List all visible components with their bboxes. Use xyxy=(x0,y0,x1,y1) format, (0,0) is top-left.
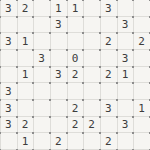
cell-r1c9[interactable] xyxy=(133,0,150,17)
grid-dot xyxy=(49,116,51,118)
cell-r6c5[interactable] xyxy=(67,83,84,100)
cell-r3c5[interactable] xyxy=(67,33,84,50)
cell-r9c5[interactable] xyxy=(67,133,84,150)
grid-dot xyxy=(0,82,1,84)
grid-dot xyxy=(132,49,134,51)
grid-dot xyxy=(49,99,51,101)
grid-dot xyxy=(116,82,118,84)
cell-r7c4[interactable] xyxy=(50,100,67,117)
cell-r9c6[interactable] xyxy=(83,133,100,150)
cell-r8c2[interactable]: 2 xyxy=(17,117,34,134)
cell-r1c8[interactable] xyxy=(117,0,134,17)
cell-r2c5[interactable] xyxy=(67,17,84,34)
cell-r6c3[interactable] xyxy=(33,83,50,100)
grid-dot xyxy=(49,132,51,134)
cell-r9c9[interactable] xyxy=(133,133,150,150)
cell-r1c1[interactable]: 3 xyxy=(0,0,17,17)
cell-r7c9[interactable]: 1 xyxy=(133,100,150,117)
grid-dot xyxy=(99,16,101,18)
grid-dot xyxy=(66,99,68,101)
cell-r5c4[interactable]: 3 xyxy=(50,67,67,84)
cell-r5c7[interactable]: 2 xyxy=(100,67,117,84)
cell-r5c5[interactable]: 2 xyxy=(67,67,84,84)
grid-dot xyxy=(99,0,101,1)
grid-dot xyxy=(66,132,68,134)
cell-r8c9[interactable] xyxy=(133,117,150,134)
cell-r9c8[interactable] xyxy=(117,133,134,150)
cell-r8c6[interactable]: 2 xyxy=(83,117,100,134)
cell-r7c1[interactable]: 3 xyxy=(0,100,17,117)
grid-dot xyxy=(99,66,101,68)
cell-r8c8[interactable]: 3 xyxy=(117,117,134,134)
grid-dot xyxy=(149,32,150,34)
grid-dot xyxy=(82,66,84,68)
grid-dot xyxy=(149,99,150,101)
cell-r8c4[interactable] xyxy=(50,117,67,134)
grid-dot xyxy=(99,149,101,150)
cell-r2c2[interactable] xyxy=(17,17,34,34)
grid-dot xyxy=(132,0,134,1)
grid-dot xyxy=(66,149,68,150)
grid-dot xyxy=(132,66,134,68)
cell-r5c6[interactable] xyxy=(83,67,100,84)
grid-dot xyxy=(49,16,51,18)
grid-dot xyxy=(16,32,18,34)
grid-dot xyxy=(49,49,51,51)
cell-r9c4[interactable]: 2 xyxy=(50,133,67,150)
grid-dot xyxy=(32,66,34,68)
grid-dot xyxy=(132,132,134,134)
grid-dot xyxy=(82,116,84,118)
cell-r7c6[interactable] xyxy=(83,100,100,117)
grid-dot xyxy=(66,82,68,84)
cell-r4c5[interactable]: 0 xyxy=(67,50,84,67)
grid-dot xyxy=(99,116,101,118)
cell-r4c3[interactable]: 3 xyxy=(33,50,50,67)
grid-dot xyxy=(132,82,134,84)
grid-dot xyxy=(32,149,34,150)
grid-dot xyxy=(82,99,84,101)
grid-dot xyxy=(99,132,101,134)
grid-dot xyxy=(0,99,1,101)
grid-dot xyxy=(149,149,150,150)
cell-r5c9[interactable] xyxy=(133,67,150,84)
cell-r5c1[interactable] xyxy=(0,67,17,84)
grid-dot xyxy=(32,132,34,134)
cell-r4c7[interactable] xyxy=(100,50,117,67)
grid-dot xyxy=(16,99,18,101)
grid-dot xyxy=(149,49,150,51)
cell-r3c2[interactable]: 1 xyxy=(17,33,34,50)
cell-r3c1[interactable]: 3 xyxy=(0,33,17,50)
grid-dot xyxy=(132,99,134,101)
grid-dot xyxy=(132,149,134,150)
cell-r4c9[interactable] xyxy=(133,50,150,67)
grid-dot xyxy=(116,32,118,34)
grid-dot xyxy=(116,49,118,51)
cell-r7c2[interactable] xyxy=(17,100,34,117)
grid-dot xyxy=(116,66,118,68)
grid-dot xyxy=(0,49,1,51)
cell-r2c8[interactable]: 3 xyxy=(117,17,134,34)
cell-r2c9[interactable] xyxy=(133,17,150,34)
grid-dot xyxy=(82,0,84,1)
cell-r9c1[interactable] xyxy=(0,133,17,150)
grid-dot xyxy=(0,66,1,68)
grid-dot xyxy=(66,16,68,18)
grid-dot xyxy=(82,49,84,51)
grid-dot xyxy=(149,116,150,118)
cell-r1c7[interactable]: 3 xyxy=(100,0,117,17)
cell-r8c3[interactable] xyxy=(33,117,50,134)
grid-dot xyxy=(116,99,118,101)
cell-r6c6[interactable] xyxy=(83,83,100,100)
grid-dot xyxy=(99,49,101,51)
cell-r7c8[interactable] xyxy=(117,100,134,117)
cell-r1c2[interactable]: 2 xyxy=(17,0,34,17)
grid-dot xyxy=(0,0,1,1)
cell-r7c5[interactable]: 2 xyxy=(67,100,84,117)
cell-r3c8[interactable] xyxy=(117,33,134,50)
grid-dot xyxy=(16,82,18,84)
cell-r6c7[interactable] xyxy=(100,83,117,100)
cell-r6c2[interactable] xyxy=(17,83,34,100)
cell-r1c4[interactable]: 1 xyxy=(50,0,67,17)
cell-r2c7[interactable] xyxy=(100,17,117,34)
grid-dot xyxy=(66,66,68,68)
cell-r6c9[interactable] xyxy=(133,83,150,100)
cell-r9c2[interactable]: 1 xyxy=(17,133,34,150)
clue-grid: 32113333122303132213323132223122 xyxy=(0,0,150,150)
cell-r1c3[interactable] xyxy=(33,0,50,17)
cell-r3c9[interactable]: 2 xyxy=(133,33,150,50)
grid-dot xyxy=(16,116,18,118)
cell-r3c7[interactable]: 2 xyxy=(100,33,117,50)
cell-r4c1[interactable] xyxy=(0,50,17,67)
grid-dot xyxy=(0,116,1,118)
cell-r2c1[interactable] xyxy=(0,17,17,34)
grid-dot xyxy=(49,82,51,84)
grid-dot xyxy=(116,149,118,150)
grid-dot xyxy=(132,16,134,18)
grid-dot xyxy=(82,32,84,34)
grid-dot xyxy=(99,32,101,34)
grid-dot xyxy=(32,82,34,84)
cell-r3c4[interactable] xyxy=(50,33,67,50)
grid-dot xyxy=(99,99,101,101)
grid-dot xyxy=(32,49,34,51)
grid-dot xyxy=(49,66,51,68)
grid-dot xyxy=(16,149,18,150)
grid-dot xyxy=(132,32,134,34)
grid-dot xyxy=(49,0,51,1)
cell-r1c6[interactable] xyxy=(83,0,100,17)
grid-dot xyxy=(16,132,18,134)
cell-r8c7[interactable] xyxy=(100,117,117,134)
grid-dot xyxy=(49,32,51,34)
grid-dot xyxy=(82,149,84,150)
grid-dot xyxy=(116,0,118,1)
cell-r6c4[interactable] xyxy=(50,83,67,100)
cell-r5c3[interactable] xyxy=(33,67,50,84)
grid-dot xyxy=(149,66,150,68)
grid-dot xyxy=(16,49,18,51)
cell-r3c3[interactable] xyxy=(33,33,50,50)
cell-r4c6[interactable] xyxy=(83,50,100,67)
grid-dot xyxy=(32,116,34,118)
grid-dot xyxy=(132,116,134,118)
cell-r8c1[interactable]: 3 xyxy=(0,117,17,134)
cell-r8c5[interactable]: 2 xyxy=(67,117,84,134)
slitherlink-board: 32113333122303132213323132223122 xyxy=(0,0,150,150)
grid-dot xyxy=(116,116,118,118)
grid-dot xyxy=(32,32,34,34)
cell-r5c8[interactable]: 1 xyxy=(117,67,134,84)
cell-r2c6[interactable] xyxy=(83,17,100,34)
grid-dot xyxy=(82,82,84,84)
cell-r6c8[interactable] xyxy=(117,83,134,100)
cell-r2c4[interactable]: 3 xyxy=(50,17,67,34)
cell-r9c7[interactable]: 2 xyxy=(100,133,117,150)
grid-dot xyxy=(0,16,1,18)
grid-dot xyxy=(82,16,84,18)
cell-r2c3[interactable] xyxy=(33,17,50,34)
grid-dot xyxy=(149,16,150,18)
grid-dot xyxy=(0,32,1,34)
grid-dot xyxy=(49,149,51,150)
grid-dot xyxy=(66,0,68,1)
grid-dot xyxy=(149,82,150,84)
cell-r1c5[interactable]: 1 xyxy=(67,0,84,17)
cell-r7c7[interactable]: 3 xyxy=(100,100,117,117)
cell-r4c4[interactable] xyxy=(50,50,67,67)
grid-dot xyxy=(116,132,118,134)
grid-dot xyxy=(16,16,18,18)
cell-r4c2[interactable] xyxy=(17,50,34,67)
grid-dot xyxy=(66,116,68,118)
cell-r9c3[interactable] xyxy=(33,133,50,150)
grid-dot xyxy=(32,16,34,18)
grid-dot xyxy=(99,82,101,84)
grid-dot xyxy=(66,32,68,34)
grid-dot xyxy=(149,0,150,1)
cell-r4c8[interactable]: 3 xyxy=(117,50,134,67)
grid-dot xyxy=(32,0,34,1)
cell-r3c6[interactable] xyxy=(83,33,100,50)
grid-dot xyxy=(66,49,68,51)
grid-dot xyxy=(0,132,1,134)
cell-r5c2[interactable]: 1 xyxy=(17,67,34,84)
grid-dot xyxy=(149,132,150,134)
grid-dot xyxy=(116,16,118,18)
grid-dot xyxy=(0,149,1,150)
cell-r6c1[interactable]: 3 xyxy=(0,83,17,100)
grid-dot xyxy=(32,99,34,101)
grid-dot xyxy=(16,66,18,68)
cell-r7c3[interactable] xyxy=(33,100,50,117)
grid-dot xyxy=(16,0,18,1)
grid-dot xyxy=(82,132,84,134)
